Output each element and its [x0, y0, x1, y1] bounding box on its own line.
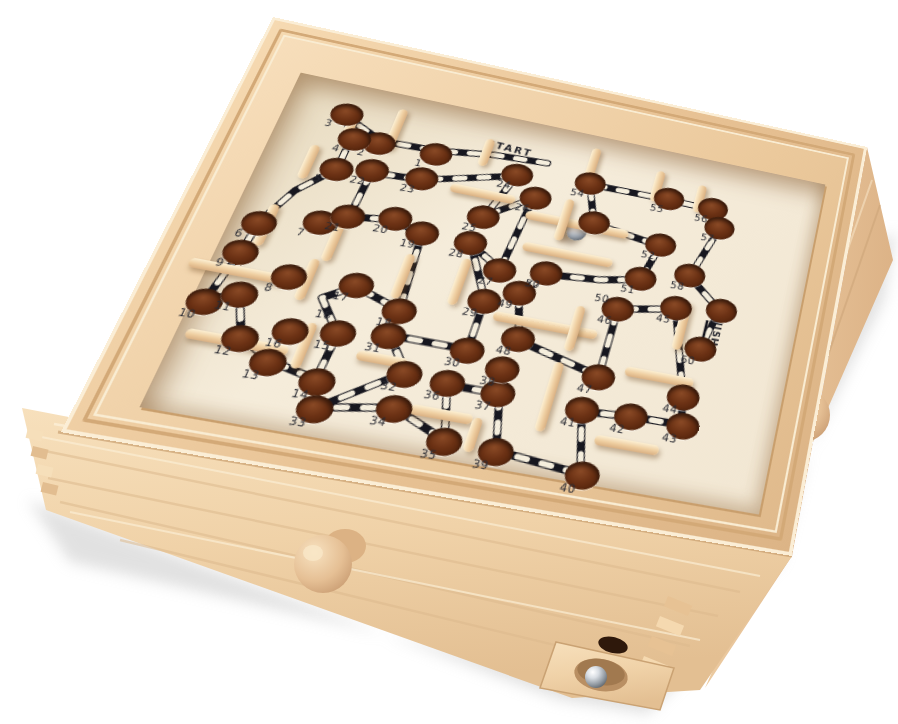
hole-number: 38 [478, 374, 497, 388]
hole-number: 50 [524, 277, 542, 290]
hole-number: 43 [661, 431, 679, 445]
hole-number: 37 [473, 398, 492, 412]
hole-number: 40 [558, 481, 577, 496]
hole-number: 60 [679, 353, 696, 366]
hole-number: 39 [471, 457, 491, 472]
hole-number: 44 [661, 402, 678, 416]
hole-number: 46 [596, 313, 613, 326]
labyrinth-game-photo: START FINISH 123456789101112131415161718… [0, 0, 898, 724]
hole-number: 55 [649, 202, 665, 214]
hole-number: 47 [576, 382, 594, 396]
hole-number: 26 [514, 201, 531, 214]
spare-steel-ball [585, 666, 607, 688]
hole-number: 58 [669, 279, 685, 292]
hole-number: 45 [655, 312, 672, 325]
hole-number: 51 [619, 282, 636, 295]
hole-number: 57 [700, 231, 716, 243]
hole-number: 27 [476, 274, 494, 287]
hole-number: 54 [569, 187, 586, 199]
hole-number: 24 [495, 178, 512, 190]
hole-number: 50 [593, 292, 610, 305]
hole-number: 41 [559, 415, 578, 429]
hole-number: 49 [496, 297, 514, 310]
hole-number: 42 [608, 421, 626, 435]
hole-number: 52 [640, 248, 657, 261]
hole-number: 48 [494, 343, 513, 357]
